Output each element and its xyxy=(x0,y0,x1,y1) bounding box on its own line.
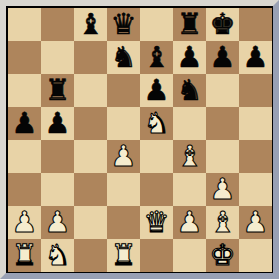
square-d4[interactable]: ♟ xyxy=(107,140,140,173)
square-e3[interactable] xyxy=(140,173,173,206)
square-a3[interactable] xyxy=(8,173,41,206)
square-g8[interactable]: ♚ xyxy=(206,8,239,41)
square-e7[interactable]: ♝ xyxy=(140,41,173,74)
white-queen[interactable]: ♛ xyxy=(144,206,170,239)
black-king[interactable]: ♚ xyxy=(210,8,236,41)
white-pawn[interactable]: ♟ xyxy=(45,206,71,239)
black-pawn[interactable]: ♟ xyxy=(12,107,38,140)
square-b6[interactable]: ♜ xyxy=(41,74,74,107)
square-b5[interactable]: ♟ xyxy=(41,107,74,140)
square-d1[interactable]: ♜ xyxy=(107,239,140,272)
square-a2[interactable]: ♟ xyxy=(8,206,41,239)
black-rook[interactable]: ♜ xyxy=(177,8,203,41)
square-h5[interactable] xyxy=(239,107,272,140)
square-b2[interactable]: ♟ xyxy=(41,206,74,239)
square-c2[interactable] xyxy=(74,206,107,239)
square-h2[interactable]: ♟ xyxy=(239,206,272,239)
square-f7[interactable]: ♟ xyxy=(173,41,206,74)
square-b3[interactable] xyxy=(41,173,74,206)
black-queen[interactable]: ♛ xyxy=(111,8,137,41)
square-g4[interactable] xyxy=(206,140,239,173)
square-a8[interactable] xyxy=(8,8,41,41)
square-a1[interactable]: ♜ xyxy=(8,239,41,272)
square-a5[interactable]: ♟ xyxy=(8,107,41,140)
square-g3[interactable]: ♟ xyxy=(206,173,239,206)
square-e6[interactable]: ♟ xyxy=(140,74,173,107)
square-c6[interactable] xyxy=(74,74,107,107)
white-pawn[interactable]: ♟ xyxy=(210,173,236,206)
white-bishop[interactable]: ♝ xyxy=(177,140,203,173)
square-g1[interactable]: ♚ xyxy=(206,239,239,272)
black-pawn[interactable]: ♟ xyxy=(243,41,269,74)
black-bishop[interactable]: ♝ xyxy=(144,41,170,74)
square-d2[interactable] xyxy=(107,206,140,239)
white-rook[interactable]: ♜ xyxy=(111,239,137,272)
black-pawn[interactable]: ♟ xyxy=(45,107,71,140)
square-d7[interactable]: ♞ xyxy=(107,41,140,74)
square-f2[interactable]: ♟ xyxy=(173,206,206,239)
white-rook[interactable]: ♜ xyxy=(12,239,38,272)
square-d8[interactable]: ♛ xyxy=(107,8,140,41)
white-pawn[interactable]: ♟ xyxy=(111,140,137,173)
black-pawn[interactable]: ♟ xyxy=(144,74,170,107)
square-c4[interactable] xyxy=(74,140,107,173)
square-h8[interactable] xyxy=(239,8,272,41)
black-pawn[interactable]: ♟ xyxy=(177,41,203,74)
square-f1[interactable] xyxy=(173,239,206,272)
square-c8[interactable]: ♝ xyxy=(74,8,107,41)
square-c5[interactable] xyxy=(74,107,107,140)
square-h1[interactable] xyxy=(239,239,272,272)
square-d6[interactable] xyxy=(107,74,140,107)
black-pawn[interactable]: ♟ xyxy=(210,41,236,74)
white-knight[interactable]: ♞ xyxy=(45,239,71,272)
square-f5[interactable] xyxy=(173,107,206,140)
square-a6[interactable] xyxy=(8,74,41,107)
board-border: ♝♛♜♚♞♝♟♟♟♜♟♞♟♟♞♟♝♟♟♟♛♟♝♟♜♞♜♚ xyxy=(6,6,273,273)
square-b1[interactable]: ♞ xyxy=(41,239,74,272)
white-bishop[interactable]: ♝ xyxy=(210,206,236,239)
square-d5[interactable] xyxy=(107,107,140,140)
square-e5[interactable]: ♞ xyxy=(140,107,173,140)
white-pawn[interactable]: ♟ xyxy=(12,206,38,239)
square-g6[interactable] xyxy=(206,74,239,107)
square-h6[interactable] xyxy=(239,74,272,107)
white-pawn[interactable]: ♟ xyxy=(243,206,269,239)
square-c3[interactable] xyxy=(74,173,107,206)
square-h3[interactable] xyxy=(239,173,272,206)
square-c7[interactable] xyxy=(74,41,107,74)
white-knight[interactable]: ♞ xyxy=(144,107,170,140)
black-rook[interactable]: ♜ xyxy=(45,74,71,107)
square-b4[interactable] xyxy=(41,140,74,173)
square-e4[interactable] xyxy=(140,140,173,173)
square-f3[interactable] xyxy=(173,173,206,206)
white-king[interactable]: ♚ xyxy=(210,239,236,272)
square-a7[interactable] xyxy=(8,41,41,74)
square-a4[interactable] xyxy=(8,140,41,173)
square-b8[interactable] xyxy=(41,8,74,41)
chess-board: ♝♛♜♚♞♝♟♟♟♜♟♞♟♟♞♟♝♟♟♟♛♟♝♟♜♞♜♚ xyxy=(8,8,272,272)
black-knight[interactable]: ♞ xyxy=(111,41,137,74)
square-g2[interactable]: ♝ xyxy=(206,206,239,239)
square-d3[interactable] xyxy=(107,173,140,206)
white-pawn[interactable]: ♟ xyxy=(177,206,203,239)
square-g5[interactable] xyxy=(206,107,239,140)
square-f8[interactable]: ♜ xyxy=(173,8,206,41)
square-h4[interactable] xyxy=(239,140,272,173)
square-g7[interactable]: ♟ xyxy=(206,41,239,74)
square-e8[interactable] xyxy=(140,8,173,41)
square-e2[interactable]: ♛ xyxy=(140,206,173,239)
black-bishop[interactable]: ♝ xyxy=(78,8,104,41)
square-e1[interactable] xyxy=(140,239,173,272)
square-b7[interactable] xyxy=(41,41,74,74)
black-knight[interactable]: ♞ xyxy=(177,74,203,107)
board-window-frame: ♝♛♜♚♞♝♟♟♟♜♟♞♟♟♞♟♝♟♟♟♛♟♝♟♜♞♜♚ xyxy=(0,0,279,279)
square-h7[interactable]: ♟ xyxy=(239,41,272,74)
square-f4[interactable]: ♝ xyxy=(173,140,206,173)
square-c1[interactable] xyxy=(74,239,107,272)
square-f6[interactable]: ♞ xyxy=(173,74,206,107)
